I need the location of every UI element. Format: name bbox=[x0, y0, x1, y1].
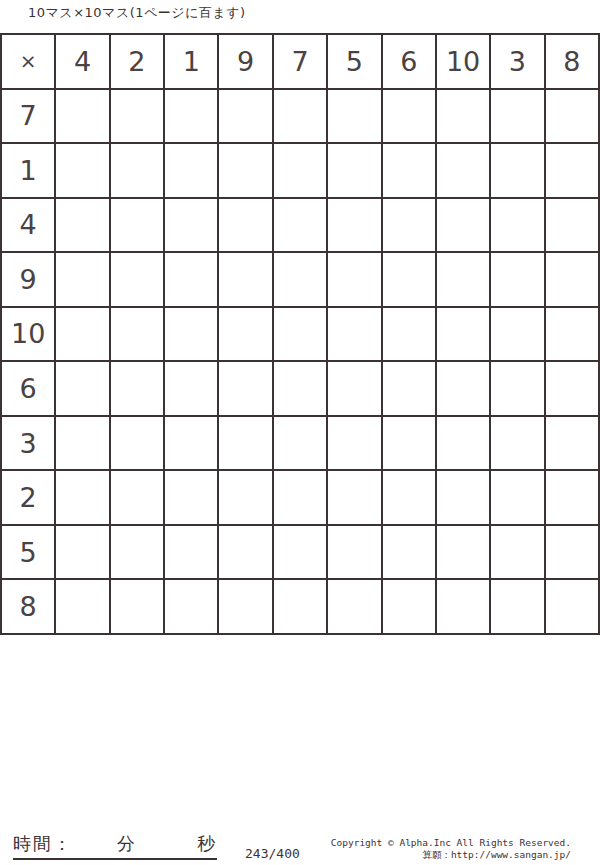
col-header-1: 4 bbox=[56, 35, 108, 88]
col-header-3: 1 bbox=[165, 35, 217, 88]
operator-cell: × bbox=[2, 35, 54, 88]
answer-cell-r1-c6 bbox=[328, 90, 380, 143]
col-header-5: 7 bbox=[274, 35, 326, 88]
answer-cell-r8-c9 bbox=[491, 471, 543, 524]
row-header-6: 6 bbox=[2, 362, 54, 415]
answer-cell-r6-c7 bbox=[383, 362, 435, 415]
answer-cell-r5-c6 bbox=[328, 308, 380, 361]
answer-cell-r3-c10 bbox=[546, 199, 598, 252]
answer-cell-r4-c3 bbox=[165, 253, 217, 306]
row-header-1: 7 bbox=[2, 90, 54, 143]
copyright-line: Copyright © Alpha.Inc All Rights Reserve… bbox=[331, 837, 571, 849]
answer-cell-r4-c7 bbox=[383, 253, 435, 306]
answer-cell-r4-c10 bbox=[546, 253, 598, 306]
row-header-10: 8 bbox=[2, 580, 54, 633]
seconds-label: 秒 bbox=[197, 832, 217, 856]
answer-cell-r5-c1 bbox=[56, 308, 108, 361]
answer-cell-r9-c4 bbox=[219, 526, 271, 579]
answer-cell-r5-c3 bbox=[165, 308, 217, 361]
page-count: 243/400 bbox=[245, 846, 300, 861]
answer-cell-r7-c2 bbox=[111, 417, 163, 470]
row-header-7: 3 bbox=[2, 417, 54, 470]
answer-cell-r4-c8 bbox=[437, 253, 489, 306]
answer-cell-r6-c1 bbox=[56, 362, 108, 415]
time-entry-line: 時間： 分 秒 bbox=[13, 835, 217, 860]
answer-cell-r4-c5 bbox=[274, 253, 326, 306]
answer-cell-r3-c9 bbox=[491, 199, 543, 252]
answer-cell-r5-c2 bbox=[111, 308, 163, 361]
answer-cell-r10-c6 bbox=[328, 580, 380, 633]
answer-cell-r1-c7 bbox=[383, 90, 435, 143]
answer-cell-r10-c10 bbox=[546, 580, 598, 633]
minutes-label: 分 bbox=[117, 832, 137, 856]
answer-cell-r5-c4 bbox=[219, 308, 271, 361]
worksheet-page: 10マス×10マス(1ページに百ます) ×4219756103871491063… bbox=[0, 0, 600, 865]
answer-cell-r6-c9 bbox=[491, 362, 543, 415]
answer-cell-r8-c5 bbox=[274, 471, 326, 524]
col-header-9: 3 bbox=[491, 35, 543, 88]
answer-cell-r7-c9 bbox=[491, 417, 543, 470]
answer-cell-r8-c6 bbox=[328, 471, 380, 524]
answer-cell-r5-c7 bbox=[383, 308, 435, 361]
answer-cell-r2-c1 bbox=[56, 144, 108, 197]
answer-cell-r6-c6 bbox=[328, 362, 380, 415]
answer-cell-r2-c6 bbox=[328, 144, 380, 197]
worksheet-title: 10マス×10マス(1ページに百ます) bbox=[28, 4, 246, 22]
answer-cell-r10-c5 bbox=[274, 580, 326, 633]
answer-cell-r10-c9 bbox=[491, 580, 543, 633]
col-header-4: 9 bbox=[219, 35, 271, 88]
answer-cell-r10-c2 bbox=[111, 580, 163, 633]
multiplication-grid: ×4219756103871491063258 bbox=[0, 33, 600, 635]
answer-cell-r1-c10 bbox=[546, 90, 598, 143]
time-label: 時間： bbox=[13, 832, 73, 856]
answer-cell-r4-c4 bbox=[219, 253, 271, 306]
row-header-2: 1 bbox=[2, 144, 54, 197]
answer-cell-r4-c6 bbox=[328, 253, 380, 306]
answer-cell-r5-c5 bbox=[274, 308, 326, 361]
row-header-5: 10 bbox=[2, 308, 54, 361]
answer-cell-r6-c2 bbox=[111, 362, 163, 415]
copyright-block: Copyright © Alpha.Inc All Rights Reserve… bbox=[331, 837, 571, 861]
answer-cell-r8-c1 bbox=[56, 471, 108, 524]
answer-cell-r9-c2 bbox=[111, 526, 163, 579]
answer-cell-r7-c8 bbox=[437, 417, 489, 470]
answer-cell-r3-c1 bbox=[56, 199, 108, 252]
answer-cell-r2-c4 bbox=[219, 144, 271, 197]
answer-cell-r7-c4 bbox=[219, 417, 271, 470]
answer-cell-r1-c5 bbox=[274, 90, 326, 143]
answer-cell-r8-c3 bbox=[165, 471, 217, 524]
answer-cell-r1-c2 bbox=[111, 90, 163, 143]
answer-cell-r3-c2 bbox=[111, 199, 163, 252]
answer-cell-r9-c9 bbox=[491, 526, 543, 579]
answer-cell-r3-c8 bbox=[437, 199, 489, 252]
answer-cell-r9-c1 bbox=[56, 526, 108, 579]
answer-cell-r4-c1 bbox=[56, 253, 108, 306]
answer-cell-r6-c3 bbox=[165, 362, 217, 415]
answer-cell-r7-c1 bbox=[56, 417, 108, 470]
answer-cell-r10-c1 bbox=[56, 580, 108, 633]
row-header-4: 9 bbox=[2, 253, 54, 306]
answer-cell-r8-c4 bbox=[219, 471, 271, 524]
answer-cell-r5-c10 bbox=[546, 308, 598, 361]
answer-cell-r2-c8 bbox=[437, 144, 489, 197]
answer-cell-r7-c10 bbox=[546, 417, 598, 470]
answer-cell-r9-c10 bbox=[546, 526, 598, 579]
col-header-7: 6 bbox=[383, 35, 435, 88]
answer-cell-r8-c7 bbox=[383, 471, 435, 524]
answer-cell-r10-c3 bbox=[165, 580, 217, 633]
col-header-10: 8 bbox=[546, 35, 598, 88]
answer-cell-r6-c8 bbox=[437, 362, 489, 415]
answer-cell-r3-c3 bbox=[165, 199, 217, 252]
answer-cell-r7-c6 bbox=[328, 417, 380, 470]
row-header-9: 5 bbox=[2, 526, 54, 579]
answer-cell-r7-c3 bbox=[165, 417, 217, 470]
row-header-3: 4 bbox=[2, 199, 54, 252]
col-header-2: 2 bbox=[111, 35, 163, 88]
answer-cell-r9-c8 bbox=[437, 526, 489, 579]
answer-cell-r8-c2 bbox=[111, 471, 163, 524]
answer-cell-r1-c9 bbox=[491, 90, 543, 143]
answer-cell-r8-c10 bbox=[546, 471, 598, 524]
answer-cell-r2-c5 bbox=[274, 144, 326, 197]
answer-cell-r1-c1 bbox=[56, 90, 108, 143]
col-header-6: 5 bbox=[328, 35, 380, 88]
answer-cell-r4-c9 bbox=[491, 253, 543, 306]
answer-cell-r9-c5 bbox=[274, 526, 326, 579]
answer-cell-r9-c6 bbox=[328, 526, 380, 579]
answer-cell-r3-c4 bbox=[219, 199, 271, 252]
answer-cell-r7-c5 bbox=[274, 417, 326, 470]
answer-cell-r10-c7 bbox=[383, 580, 435, 633]
row-header-8: 2 bbox=[2, 471, 54, 524]
answer-cell-r6-c5 bbox=[274, 362, 326, 415]
answer-cell-r3-c5 bbox=[274, 199, 326, 252]
answer-cell-r10-c8 bbox=[437, 580, 489, 633]
answer-cell-r6-c4 bbox=[219, 362, 271, 415]
answer-cell-r1-c8 bbox=[437, 90, 489, 143]
answer-cell-r9-c3 bbox=[165, 526, 217, 579]
answer-cell-r4-c2 bbox=[111, 253, 163, 306]
answer-cell-r2-c2 bbox=[111, 144, 163, 197]
answer-cell-r1-c4 bbox=[219, 90, 271, 143]
answer-cell-r1-c3 bbox=[165, 90, 217, 143]
answer-cell-r9-c7 bbox=[383, 526, 435, 579]
col-header-8: 10 bbox=[437, 35, 489, 88]
answer-cell-r6-c10 bbox=[546, 362, 598, 415]
answer-cell-r10-c4 bbox=[219, 580, 271, 633]
answer-cell-r2-c9 bbox=[491, 144, 543, 197]
answer-cell-r7-c7 bbox=[383, 417, 435, 470]
answer-cell-r5-c9 bbox=[491, 308, 543, 361]
answer-cell-r3-c7 bbox=[383, 199, 435, 252]
answer-cell-r2-c3 bbox=[165, 144, 217, 197]
site-url-line: 算願：http://www.sangan.jp/ bbox=[331, 849, 571, 861]
answer-cell-r8-c8 bbox=[437, 471, 489, 524]
answer-cell-r2-c7 bbox=[383, 144, 435, 197]
answer-cell-r5-c8 bbox=[437, 308, 489, 361]
answer-cell-r3-c6 bbox=[328, 199, 380, 252]
answer-cell-r2-c10 bbox=[546, 144, 598, 197]
